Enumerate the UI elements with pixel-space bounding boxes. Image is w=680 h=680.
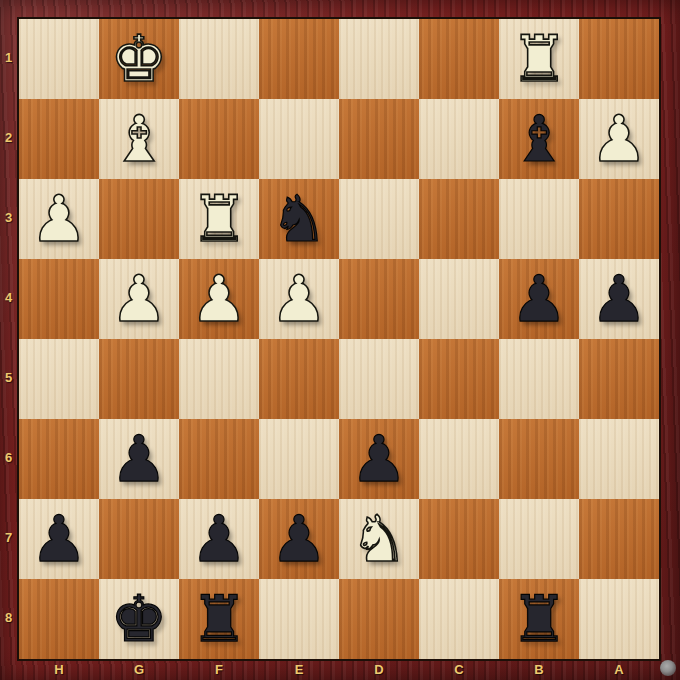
square-g6[interactable]: ♟	[99, 419, 179, 499]
square-b3[interactable]	[499, 179, 579, 259]
square-a2[interactable]: ♟	[579, 99, 659, 179]
square-d5[interactable]	[339, 339, 419, 419]
rank-label-5: 5	[0, 337, 17, 417]
piece-black-pawn-e7[interactable]: ♟	[270, 507, 327, 571]
rank-label-2: 2	[0, 97, 17, 177]
piece-white-pawn-g4[interactable]: ♟	[110, 267, 167, 331]
file-label-a: A	[579, 659, 659, 680]
file-label-b: B	[499, 659, 579, 680]
piece-white-king-g1[interactable]: ♚	[110, 27, 167, 91]
square-c7[interactable]	[419, 499, 499, 579]
piece-black-pawn-b4[interactable]: ♟	[510, 267, 567, 331]
file-label-f: F	[179, 659, 259, 680]
square-e1[interactable]	[259, 19, 339, 99]
piece-black-knight-e3[interactable]: ♞	[270, 187, 327, 251]
piece-black-pawn-d6[interactable]: ♟	[350, 427, 407, 491]
square-g7[interactable]	[99, 499, 179, 579]
file-label-e: E	[259, 659, 339, 680]
piece-white-bishop-g2[interactable]: ♝	[110, 107, 167, 171]
square-f5[interactable]	[179, 339, 259, 419]
square-f1[interactable]	[179, 19, 259, 99]
rank-label-8: 8	[0, 577, 17, 657]
square-h1[interactable]	[19, 19, 99, 99]
rank-label-7: 7	[0, 497, 17, 577]
square-c3[interactable]	[419, 179, 499, 259]
square-e3[interactable]: ♞	[259, 179, 339, 259]
square-d7[interactable]: ♞	[339, 499, 419, 579]
square-g4[interactable]: ♟	[99, 259, 179, 339]
square-f2[interactable]	[179, 99, 259, 179]
square-h4[interactable]	[19, 259, 99, 339]
square-a1[interactable]	[579, 19, 659, 99]
square-d6[interactable]: ♟	[339, 419, 419, 499]
move-indicator-ball	[660, 660, 676, 676]
square-h6[interactable]	[19, 419, 99, 499]
square-h8[interactable]	[19, 579, 99, 659]
file-label-g: G	[99, 659, 179, 680]
piece-black-rook-b8[interactable]: ♜	[510, 587, 567, 651]
square-h5[interactable]	[19, 339, 99, 419]
piece-black-pawn-g6[interactable]: ♟	[110, 427, 167, 491]
rank-label-3: 3	[0, 177, 17, 257]
piece-black-king-g8[interactable]: ♚	[110, 587, 167, 651]
square-e4[interactable]: ♟	[259, 259, 339, 339]
square-a8[interactable]	[579, 579, 659, 659]
square-f3[interactable]: ♜	[179, 179, 259, 259]
square-a3[interactable]	[579, 179, 659, 259]
square-b8[interactable]: ♜	[499, 579, 579, 659]
square-h2[interactable]	[19, 99, 99, 179]
file-label-d: D	[339, 659, 419, 680]
square-g3[interactable]	[99, 179, 179, 259]
square-b2[interactable]: ♝	[499, 99, 579, 179]
square-a6[interactable]	[579, 419, 659, 499]
piece-black-pawn-h7[interactable]: ♟	[30, 507, 87, 571]
square-g2[interactable]: ♝	[99, 99, 179, 179]
chess-board-frame: ♚♜♝♝♟♟♜♞♟♟♟♟♟♟♟♟♟♟♞♚♜♜ 12345678 HGFEDCBA	[0, 0, 680, 680]
piece-white-pawn-e4[interactable]: ♟	[270, 267, 327, 331]
square-c4[interactable]	[419, 259, 499, 339]
file-label-h: H	[19, 659, 99, 680]
piece-white-pawn-f4[interactable]: ♟	[190, 267, 247, 331]
square-d3[interactable]	[339, 179, 419, 259]
square-c5[interactable]	[419, 339, 499, 419]
piece-white-rook-f3[interactable]: ♜	[190, 187, 247, 251]
square-h3[interactable]: ♟	[19, 179, 99, 259]
square-g1[interactable]: ♚	[99, 19, 179, 99]
square-d8[interactable]	[339, 579, 419, 659]
square-a4[interactable]: ♟	[579, 259, 659, 339]
file-label-c: C	[419, 659, 499, 680]
square-f4[interactable]: ♟	[179, 259, 259, 339]
square-b4[interactable]: ♟	[499, 259, 579, 339]
piece-black-rook-f8[interactable]: ♜	[190, 587, 247, 651]
piece-white-rook-b1[interactable]: ♜	[510, 27, 567, 91]
square-f8[interactable]: ♜	[179, 579, 259, 659]
square-b1[interactable]: ♜	[499, 19, 579, 99]
piece-black-pawn-a4[interactable]: ♟	[590, 267, 647, 331]
piece-white-pawn-h3[interactable]: ♟	[30, 187, 87, 251]
square-e7[interactable]: ♟	[259, 499, 339, 579]
square-e5[interactable]	[259, 339, 339, 419]
square-d1[interactable]	[339, 19, 419, 99]
square-a7[interactable]	[579, 499, 659, 579]
rank-label-6: 6	[0, 417, 17, 497]
square-c2[interactable]	[419, 99, 499, 179]
square-e8[interactable]	[259, 579, 339, 659]
square-d4[interactable]	[339, 259, 419, 339]
square-f7[interactable]: ♟	[179, 499, 259, 579]
piece-white-knight-d7[interactable]: ♞	[350, 507, 407, 571]
square-e2[interactable]	[259, 99, 339, 179]
square-c8[interactable]	[419, 579, 499, 659]
file-labels: HGFEDCBA	[17, 659, 663, 680]
square-g8[interactable]: ♚	[99, 579, 179, 659]
square-c1[interactable]	[419, 19, 499, 99]
square-b7[interactable]	[499, 499, 579, 579]
square-f6[interactable]	[179, 419, 259, 499]
rank-label-4: 4	[0, 257, 17, 337]
square-h7[interactable]: ♟	[19, 499, 99, 579]
square-d2[interactable]	[339, 99, 419, 179]
rank-label-1: 1	[0, 17, 17, 97]
square-g5[interactable]	[99, 339, 179, 419]
piece-black-bishop-b2[interactable]: ♝	[510, 107, 567, 171]
piece-white-pawn-a2[interactable]: ♟	[590, 107, 647, 171]
square-c6[interactable]	[419, 419, 499, 499]
square-b6[interactable]	[499, 419, 579, 499]
chess-board: ♚♜♝♝♟♟♜♞♟♟♟♟♟♟♟♟♟♟♞♚♜♜	[17, 17, 661, 661]
square-b5[interactable]	[499, 339, 579, 419]
square-a5[interactable]	[579, 339, 659, 419]
piece-black-pawn-f7[interactable]: ♟	[190, 507, 247, 571]
square-e6[interactable]	[259, 419, 339, 499]
